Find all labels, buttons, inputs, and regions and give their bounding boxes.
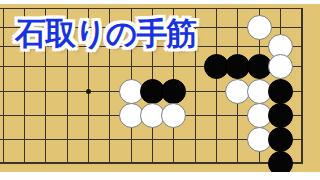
stone-white — [268, 54, 293, 79]
grid-vline — [216, 8, 217, 164]
stone-black — [268, 127, 293, 152]
grid-vline — [301, 8, 303, 164]
stone-white — [247, 15, 272, 40]
video-frame: 石取りの手筋 — [0, 0, 320, 180]
stone-black — [268, 79, 293, 104]
letterbox-top-bar — [0, 0, 320, 4]
stone-black — [161, 79, 186, 104]
letterbox-bottom-bar — [0, 172, 320, 180]
star-point — [86, 89, 91, 94]
title: 石取りの手筋 — [15, 17, 196, 51]
stone-white — [161, 103, 186, 128]
stone-black — [268, 103, 293, 128]
grid-vline — [3, 8, 4, 164]
